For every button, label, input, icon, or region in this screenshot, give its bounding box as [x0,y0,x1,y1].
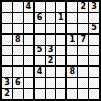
sudoku-cell-r2c4[interactable]: 6 [35,13,45,23]
sudoku-cell-r6c2[interactable] [13,56,23,66]
sudoku-board: 42361581753248362 [0,0,101,101]
sudoku-cell-r5c4[interactable]: 5 [35,46,45,56]
sudoku-cell-r2c5[interactable] [46,13,56,23]
sudoku-cell-r7c4[interactable]: 4 [35,67,45,77]
sudoku-cell-r4c6[interactable] [56,35,66,45]
sudoku-cell-r8c8[interactable] [78,78,88,88]
sudoku-cell-r9c6[interactable] [56,89,66,99]
sudoku-cell-r4c5[interactable] [46,35,56,45]
sudoku-cell-r4c8[interactable]: 7 [78,35,88,45]
sudoku-cell-r9c9[interactable] [89,89,99,99]
sudoku-cell-r3c7[interactable] [67,24,77,34]
sudoku-cell-r8c4[interactable] [35,78,45,88]
sudoku-cell-r3c1[interactable] [2,24,12,34]
sudoku-cell-r6c9[interactable] [89,56,99,66]
sudoku-cell-r1c3[interactable]: 4 [24,2,34,12]
sudoku-cell-r1c4[interactable] [35,2,45,12]
sudoku-cell-r4c9[interactable] [89,35,99,45]
sudoku-cell-r2c3[interactable] [24,13,34,23]
sudoku-cell-r8c1[interactable]: 3 [2,78,12,88]
sudoku-cell-r7c7[interactable]: 8 [67,67,77,77]
sudoku-cell-r6c6[interactable] [56,56,66,66]
sudoku-cell-r4c3[interactable] [24,35,34,45]
sudoku-cell-r1c5[interactable] [46,2,56,12]
sudoku-cell-r1c6[interactable] [56,2,66,12]
sudoku-cell-r7c9[interactable] [89,67,99,77]
sudoku-cell-r7c5[interactable] [46,67,56,77]
sudoku-cell-r3c6[interactable] [56,24,66,34]
sudoku-cell-r5c8[interactable] [78,46,88,56]
sudoku-cell-r8c5[interactable] [46,78,56,88]
sudoku-cell-r5c9[interactable] [89,46,99,56]
sudoku-cell-r5c6[interactable] [56,46,66,56]
sudoku-cell-r6c7[interactable] [67,56,77,66]
sudoku-cell-r6c8[interactable] [78,56,88,66]
sudoku-cell-r7c8[interactable] [78,67,88,77]
sudoku-cell-r3c9[interactable]: 5 [89,24,99,34]
sudoku-cell-r8c3[interactable] [24,78,34,88]
sudoku-cell-r8c9[interactable] [89,78,99,88]
sudoku-cell-r6c5[interactable]: 2 [46,56,56,66]
sudoku-cell-r1c8[interactable]: 2 [78,2,88,12]
sudoku-cell-r1c9[interactable]: 3 [89,2,99,12]
sudoku-cell-r9c3[interactable] [24,89,34,99]
sudoku-cell-r1c1[interactable] [2,2,12,12]
sudoku-cell-r3c3[interactable] [24,24,34,34]
sudoku-cell-r4c7[interactable]: 1 [67,35,77,45]
sudoku-cell-r2c2[interactable] [13,13,23,23]
sudoku-cell-r5c2[interactable] [13,46,23,56]
sudoku-cell-r8c7[interactable] [67,78,77,88]
sudoku-cell-r1c7[interactable] [67,2,77,12]
sudoku-cell-r6c1[interactable] [2,56,12,66]
sudoku-cell-r3c8[interactable] [78,24,88,34]
sudoku-cell-r6c4[interactable] [35,56,45,66]
sudoku-cell-r5c1[interactable] [2,46,12,56]
sudoku-cell-r2c7[interactable] [67,13,77,23]
sudoku-cell-r3c5[interactable] [46,24,56,34]
sudoku-cell-r5c3[interactable] [24,46,34,56]
sudoku-cell-r3c2[interactable] [13,24,23,34]
sudoku-cell-r9c5[interactable] [46,89,56,99]
sudoku-cell-r9c7[interactable] [67,89,77,99]
sudoku-cell-r7c3[interactable] [24,67,34,77]
sudoku-cell-r2c1[interactable] [2,13,12,23]
sudoku-cell-r4c2[interactable]: 8 [13,35,23,45]
sudoku-cell-r7c1[interactable] [2,67,12,77]
sudoku-cell-r9c8[interactable] [78,89,88,99]
sudoku-cell-r9c1[interactable]: 2 [2,89,12,99]
sudoku-cell-r1c2[interactable] [13,2,23,12]
sudoku-cell-r2c9[interactable] [89,13,99,23]
sudoku-cell-r5c7[interactable] [67,46,77,56]
sudoku-cell-r7c6[interactable] [56,67,66,77]
sudoku-cell-r4c1[interactable] [2,35,12,45]
sudoku-cell-r3c4[interactable] [35,24,45,34]
sudoku-cell-r7c2[interactable] [13,67,23,77]
sudoku-cell-r2c8[interactable] [78,13,88,23]
sudoku-cell-r8c2[interactable]: 6 [13,78,23,88]
sudoku-cell-r9c4[interactable] [35,89,45,99]
sudoku-cell-r5c5[interactable]: 3 [46,46,56,56]
sudoku-cell-r2c6[interactable]: 1 [56,13,66,23]
sudoku-cell-r6c3[interactable] [24,56,34,66]
sudoku-cell-r8c6[interactable] [56,78,66,88]
sudoku-cell-r4c4[interactable] [35,35,45,45]
sudoku-cell-r9c2[interactable] [13,89,23,99]
